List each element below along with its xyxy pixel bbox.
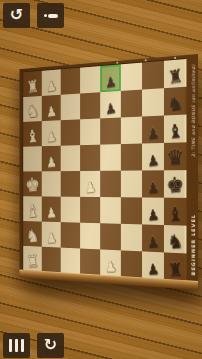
square-a3[interactable] [61,68,80,95]
square-c6[interactable] [121,117,142,145]
piece-black-pawn[interactable]: ♟ [141,169,165,198]
square-f7[interactable]: ♟ [142,197,164,225]
piece-black-bishop[interactable]: ♝ [163,113,188,144]
square-d4[interactable] [80,145,100,171]
square-f3[interactable] [61,197,80,223]
square-h7[interactable]: ♟ [142,251,164,279]
square-a8[interactable]: ♜ [164,59,187,88]
square-d6[interactable] [121,144,142,171]
piece-white-pawn[interactable]: ♟ [41,196,62,223]
piece-black-pawn[interactable]: ♟ [141,142,165,172]
undo-button[interactable]: ↺ [3,3,30,28]
piece-black-rook[interactable]: ♜ [163,58,188,89]
piece-white-knight[interactable]: ♞ [22,220,43,246]
piece-black-pawn[interactable]: ♟ [141,251,165,279]
square-b8[interactable]: ♞ [164,87,187,116]
square-f8[interactable]: ♝ [164,198,187,226]
square-h3[interactable] [61,248,80,275]
square-c7[interactable]: ♟ [142,116,164,144]
square-d2[interactable]: ♟ [42,146,61,172]
piece-black-pawn[interactable]: ♟ [141,196,165,225]
square-f5[interactable] [100,197,121,224]
piece-white-pawn[interactable]: ♟ [41,94,62,122]
piece-black-queen[interactable]: ♛ [163,141,188,171]
square-d3[interactable] [61,145,80,171]
square-e5[interactable] [100,171,121,198]
piece-white-knight[interactable]: ♞ [22,95,43,123]
moves-list-button[interactable] [3,333,30,358]
piece-white-king[interactable]: ♚ [22,170,43,197]
undo-icon: ↺ [10,7,23,23]
board-frame-level-text: BEGINNER LEVEL [190,214,196,276]
square-c5[interactable] [100,118,121,145]
square-e4[interactable]: ♟ [80,171,100,197]
square-g2[interactable]: ♟ [42,222,61,248]
square-g6[interactable] [121,224,142,252]
piece-black-bishop[interactable]: ♝ [163,197,188,227]
square-b5[interactable]: ♟ [100,91,121,119]
piece-white-bishop[interactable]: ♝ [22,195,43,222]
square-f2[interactable]: ♟ [42,196,61,222]
board-grid: ♜♟♟♜♞♟♟♞♝♟♟♝♟♟♛♚♟♟♚♝♟♟♝♞♟♟♞♜♟♟♜ [23,58,186,282]
square-h4[interactable] [80,248,100,275]
piece-white-rook[interactable]: ♜ [22,70,43,98]
piece-white-pawn[interactable]: ♟ [41,221,62,248]
piece-black-king[interactable]: ♚ [163,169,188,199]
square-d8[interactable]: ♛ [164,142,187,170]
square-c8[interactable]: ♝ [164,115,187,143]
piece-white-pawn[interactable]: ♟ [79,170,101,198]
board-frame-info-text: 3: TIME and BONUS (an unlimited) [191,64,196,157]
square-d1[interactable] [23,146,41,171]
chessboard[interactable]: ♜♟♟♜♞♟♟♞♝♟♟♝♟♟♛♚♟♟♚♝♟♟♝♞♟♟♞♜♟♟♜ 3: TIME … [19,54,198,290]
square-f1[interactable]: ♝ [23,196,41,221]
piece-black-rook[interactable]: ♜ [163,252,188,281]
square-e3[interactable] [61,171,80,197]
piece-white-pawn[interactable]: ♟ [41,119,62,147]
square-g5[interactable] [100,223,121,250]
square-a4[interactable] [80,66,100,93]
square-d7[interactable]: ♟ [142,143,164,171]
square-g3[interactable] [61,222,80,248]
rotate-icon: ↻ [44,337,57,353]
square-f6[interactable] [121,197,142,224]
square-c4[interactable] [80,118,100,145]
hint-icon [44,14,58,18]
square-g8[interactable]: ♞ [164,225,187,253]
piece-black-pawn[interactable]: ♟ [99,63,122,93]
square-e6[interactable] [121,170,142,197]
square-h6[interactable] [121,250,142,278]
square-b7[interactable] [142,88,164,116]
square-g7[interactable]: ♟ [142,224,164,252]
square-b3[interactable] [61,94,80,121]
square-a1[interactable]: ♜ [23,71,41,97]
square-e8[interactable]: ♚ [164,170,187,198]
square-h2[interactable] [42,247,61,273]
piece-white-pawn[interactable]: ♟ [41,68,62,97]
square-b1[interactable]: ♞ [23,96,41,122]
square-e1[interactable]: ♚ [23,171,41,196]
square-h1[interactable]: ♜ [23,246,41,272]
app-screen: ↺ ♜♟♟♜♞♟♟♞♝♟♟♝♟♟♛♚♟♟♚♝♟♟♝♞♟♟♞♜♟♟♜ 3: TIM… [0,0,202,359]
square-h8[interactable]: ♜ [164,252,187,281]
square-b2[interactable]: ♟ [42,95,61,121]
square-c1[interactable]: ♝ [23,121,41,147]
square-a5[interactable]: ♟ [100,64,121,92]
square-a2[interactable]: ♟ [42,69,61,96]
moves-list-icon [9,339,24,352]
square-e7[interactable]: ♟ [142,170,164,197]
piece-black-pawn[interactable]: ♟ [99,90,122,120]
piece-white-pawn[interactable]: ♟ [41,145,62,173]
square-g1[interactable]: ♞ [23,221,41,247]
piece-black-pawn[interactable]: ♟ [141,114,165,144]
hint-button[interactable] [37,3,64,28]
piece-white-rook[interactable]: ♜ [22,246,43,272]
piece-white-pawn[interactable]: ♟ [99,249,122,277]
square-g4[interactable] [80,223,100,250]
piece-black-knight[interactable]: ♞ [163,224,188,253]
square-h5[interactable]: ♟ [100,249,121,277]
square-c2[interactable]: ♟ [42,120,61,146]
piece-white-bishop[interactable]: ♝ [22,120,43,148]
piece-black-pawn[interactable]: ♟ [141,224,165,253]
square-d5[interactable] [100,144,121,171]
square-c3[interactable] [61,119,80,145]
square-b6[interactable] [121,90,142,118]
square-a6[interactable] [121,63,142,91]
square-e2[interactable] [42,171,61,196]
piece-black-knight[interactable]: ♞ [163,86,188,117]
square-a7[interactable] [142,61,164,90]
square-f4[interactable] [80,197,100,223]
square-b4[interactable] [80,92,100,119]
chessboard-scene: ♜♟♟♜♞♟♟♞♝♟♟♝♟♟♛♚♟♟♚♝♟♟♝♞♟♟♞♜♟♟♜ 3: TIME … [0,50,202,316]
rotate-board-button[interactable]: ↻ [37,333,64,358]
